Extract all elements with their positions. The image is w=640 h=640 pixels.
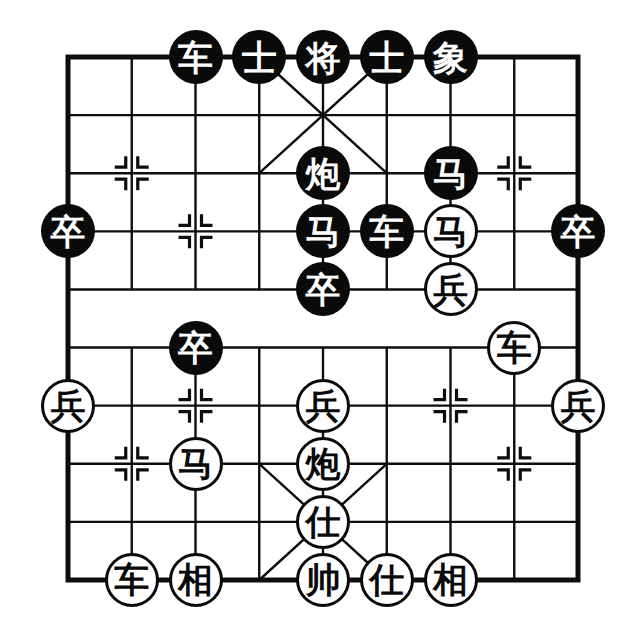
piece-black-horse[interactable]: 马 — [424, 146, 478, 200]
piece-red-soldier[interactable]: 兵 — [41, 379, 95, 433]
piece-glyph-text: 士 — [242, 41, 277, 76]
piece-red-rook[interactable]: 车 — [105, 553, 159, 607]
piece-glyph-text: 卒 — [306, 273, 341, 308]
piece-glyph-text: 帅 — [306, 563, 341, 598]
piece-glyph-text: 车 — [178, 41, 213, 76]
piece-black-advisor[interactable]: 士 — [232, 30, 286, 84]
piece-black-cannon[interactable]: 炮 — [296, 146, 350, 200]
piece-glyph-text: 相 — [178, 563, 213, 598]
piece-red-advisor[interactable]: 仕 — [360, 553, 414, 607]
pieces-layer: 车士将士象炮马卒马车马卒卒兵卒车兵兵兵马炮仕车相帅仕相 — [0, 0, 640, 640]
piece-red-elephant[interactable]: 相 — [169, 553, 223, 607]
piece-glyph-text: 车 — [114, 563, 149, 598]
piece-glyph-text: 仕 — [369, 563, 404, 598]
piece-glyph-text: 马 — [178, 447, 213, 482]
piece-black-elephant[interactable]: 象 — [424, 30, 478, 84]
piece-glyph-text: 马 — [306, 215, 341, 250]
piece-red-elephant[interactable]: 相 — [424, 553, 478, 607]
piece-glyph-text: 兵 — [561, 389, 596, 424]
piece-red-horse[interactable]: 马 — [169, 437, 223, 491]
piece-glyph-text: 兵 — [51, 389, 86, 424]
piece-glyph-text: 炮 — [306, 447, 341, 482]
piece-black-soldier[interactable]: 卒 — [41, 204, 95, 258]
piece-black-horse[interactable]: 马 — [296, 204, 350, 258]
piece-red-general[interactable]: 帅 — [296, 553, 350, 607]
piece-glyph-text: 马 — [433, 157, 468, 192]
piece-black-soldier[interactable]: 卒 — [551, 204, 605, 258]
piece-black-advisor[interactable]: 士 — [360, 30, 414, 84]
piece-glyph-text: 马 — [433, 215, 468, 250]
piece-red-soldier[interactable]: 兵 — [424, 262, 478, 316]
piece-glyph-text: 将 — [306, 41, 341, 76]
piece-red-soldier[interactable]: 兵 — [296, 379, 350, 433]
piece-glyph-text: 仕 — [306, 505, 341, 540]
piece-black-general[interactable]: 将 — [296, 30, 350, 84]
piece-glyph-text: 兵 — [433, 273, 468, 308]
piece-glyph-text: 卒 — [561, 215, 596, 250]
xiangqi-diagram: 车士将士象炮马卒马车马卒卒兵卒车兵兵兵马炮仕车相帅仕相 — [0, 0, 640, 640]
piece-glyph-text: 象 — [433, 41, 468, 76]
piece-glyph-text: 卒 — [51, 215, 86, 250]
piece-red-cannon[interactable]: 炮 — [296, 437, 350, 491]
piece-black-soldier[interactable]: 卒 — [296, 262, 350, 316]
piece-glyph-text: 相 — [433, 563, 468, 598]
piece-red-soldier[interactable]: 兵 — [551, 379, 605, 433]
piece-glyph-text: 炮 — [306, 157, 341, 192]
piece-glyph-text: 士 — [369, 41, 404, 76]
piece-glyph-text: 卒 — [178, 331, 213, 366]
piece-red-advisor[interactable]: 仕 — [296, 495, 350, 549]
piece-glyph-text: 车 — [497, 331, 532, 366]
piece-black-rook[interactable]: 车 — [169, 30, 223, 84]
piece-red-rook[interactable]: 车 — [487, 321, 541, 375]
piece-black-soldier[interactable]: 卒 — [169, 321, 223, 375]
piece-glyph-text: 兵 — [306, 389, 341, 424]
piece-black-rook[interactable]: 车 — [360, 204, 414, 258]
piece-red-horse[interactable]: 马 — [424, 204, 478, 258]
piece-glyph-text: 车 — [369, 215, 404, 250]
